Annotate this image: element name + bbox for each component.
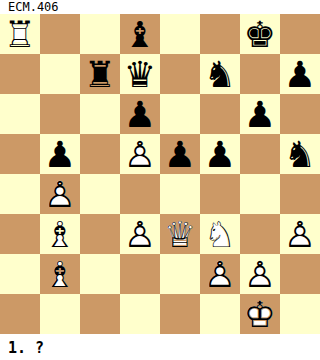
square-h2[interactable] [280,254,320,294]
piece-black-pawn: ♟ [120,94,160,134]
square-d3[interactable]: ♟♙ [120,214,160,254]
piece-black-knight: ♞ [200,54,240,94]
square-f6[interactable] [200,94,240,134]
square-a2[interactable] [0,254,40,294]
square-g8[interactable]: ♚ [240,14,280,54]
square-f7[interactable]: ♞ [200,54,240,94]
square-c2[interactable] [80,254,120,294]
square-d5[interactable]: ♟♙ [120,134,160,174]
chess-board: ♜♖♝♚♜♛♞♟♟♟♟♟♙♟♟♞♟♙♝♗♟♙♛♕♞♘♟♙♝♗♟♙♟♙♚♔ [0,14,320,334]
piece-black-pawn: ♟ [240,94,280,134]
diagram-title: ECM.406 [8,0,59,14]
piece-black-pawn: ♟ [160,134,200,174]
square-b6[interactable] [40,94,80,134]
square-e8[interactable] [160,14,200,54]
piece-black-knight: ♞ [280,134,320,174]
piece-black-pawn: ♟ [280,54,320,94]
square-b2[interactable]: ♝♗ [40,254,80,294]
square-h3[interactable]: ♟♙ [280,214,320,254]
square-d6[interactable]: ♟ [120,94,160,134]
square-f8[interactable] [200,14,240,54]
square-d2[interactable] [120,254,160,294]
piece-white-pawn: ♟♙ [280,214,320,254]
piece-white-pawn: ♟♙ [240,254,280,294]
square-e7[interactable] [160,54,200,94]
square-f1[interactable] [200,294,240,334]
square-a1[interactable] [0,294,40,334]
square-e5[interactable]: ♟ [160,134,200,174]
square-e6[interactable] [160,94,200,134]
square-g3[interactable] [240,214,280,254]
square-a3[interactable] [0,214,40,254]
square-f5[interactable]: ♟ [200,134,240,174]
square-h4[interactable] [280,174,320,214]
piece-white-pawn: ♟♙ [120,134,160,174]
piece-black-pawn: ♟ [40,134,80,174]
square-a4[interactable] [0,174,40,214]
piece-black-pawn: ♟ [200,134,240,174]
piece-white-pawn: ♟♙ [40,174,80,214]
square-e2[interactable] [160,254,200,294]
piece-white-pawn: ♟♙ [120,214,160,254]
square-f4[interactable] [200,174,240,214]
square-b1[interactable] [40,294,80,334]
square-g5[interactable] [240,134,280,174]
square-d7[interactable]: ♛ [120,54,160,94]
square-h8[interactable] [280,14,320,54]
square-b3[interactable]: ♝♗ [40,214,80,254]
square-c4[interactable] [80,174,120,214]
square-d4[interactable] [120,174,160,214]
square-b4[interactable]: ♟♙ [40,174,80,214]
square-h6[interactable] [280,94,320,134]
square-c3[interactable] [80,214,120,254]
square-g7[interactable] [240,54,280,94]
square-g1[interactable]: ♚♔ [240,294,280,334]
square-e4[interactable] [160,174,200,214]
square-c5[interactable] [80,134,120,174]
square-h1[interactable] [280,294,320,334]
square-f2[interactable]: ♟♙ [200,254,240,294]
square-g6[interactable]: ♟ [240,94,280,134]
square-c1[interactable] [80,294,120,334]
piece-black-king: ♚ [240,14,280,54]
piece-white-bishop: ♝♗ [40,254,80,294]
square-c8[interactable] [80,14,120,54]
chess-diagram-page: ECM.406 ♜♖♝♚♜♛♞♟♟♟♟♟♙♟♟♞♟♙♝♗♟♙♛♕♞♘♟♙♝♗♟♙… [0,0,320,360]
square-e1[interactable] [160,294,200,334]
piece-white-king: ♚♔ [240,294,280,334]
square-g2[interactable]: ♟♙ [240,254,280,294]
piece-black-queen: ♛ [120,54,160,94]
piece-white-queen: ♛♕ [160,214,200,254]
piece-white-rook: ♜♖ [0,14,40,54]
square-a7[interactable] [0,54,40,94]
square-b8[interactable] [40,14,80,54]
square-a8[interactable]: ♜♖ [0,14,40,54]
piece-white-knight: ♞♘ [200,214,240,254]
square-d1[interactable] [120,294,160,334]
piece-black-rook: ♜ [80,54,120,94]
square-h7[interactable]: ♟ [280,54,320,94]
square-a6[interactable] [0,94,40,134]
square-g4[interactable] [240,174,280,214]
square-b5[interactable]: ♟ [40,134,80,174]
piece-white-bishop: ♝♗ [40,214,80,254]
square-h5[interactable]: ♞ [280,134,320,174]
square-c6[interactable] [80,94,120,134]
square-e3[interactable]: ♛♕ [160,214,200,254]
square-c7[interactable]: ♜ [80,54,120,94]
piece-black-bishop: ♝ [120,14,160,54]
square-a5[interactable] [0,134,40,174]
square-f3[interactable]: ♞♘ [200,214,240,254]
move-prompt: 1. ? [8,338,44,358]
square-b7[interactable] [40,54,80,94]
square-d8[interactable]: ♝ [120,14,160,54]
piece-white-pawn: ♟♙ [200,254,240,294]
